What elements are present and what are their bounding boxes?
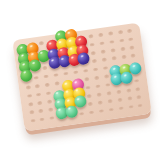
peg-hole	[138, 104, 143, 108]
peg-hole	[42, 66, 47, 70]
peg-hole	[120, 47, 125, 51]
peg-hole	[26, 94, 31, 98]
peg-hole	[109, 40, 114, 44]
peg-hole	[30, 119, 35, 123]
peg-hole	[35, 84, 40, 88]
peg-hole	[118, 106, 123, 110]
bead-highlight	[67, 107, 71, 111]
peg-hole	[88, 102, 93, 106]
bead-highlight	[122, 73, 126, 77]
bead-highlight	[111, 66, 115, 70]
bead-highlight	[28, 44, 32, 48]
bead-highlight	[65, 90, 69, 94]
peg-hole	[84, 77, 89, 81]
peg-hole	[25, 85, 30, 89]
bead-highlight	[39, 51, 43, 55]
bead-highlight	[50, 58, 54, 62]
bead-highlight	[73, 80, 77, 84]
bead-highlight	[29, 53, 33, 57]
peg-hole	[39, 109, 44, 113]
bead-highlight	[59, 48, 63, 52]
peg-hole	[86, 94, 91, 98]
peg-hole	[36, 92, 41, 96]
peg-hole	[63, 72, 68, 76]
bead-highlight	[77, 37, 81, 41]
bead-highlight	[31, 61, 35, 65]
bead-highlight	[19, 46, 23, 50]
bead-highlight	[70, 55, 74, 59]
peg-hole	[102, 66, 107, 70]
peg-hole	[46, 91, 51, 95]
peg-hole	[99, 109, 104, 113]
bead-mint[interactable]	[65, 105, 79, 119]
peg-hole	[110, 48, 115, 52]
bead-highlight	[56, 100, 60, 104]
peg-hole	[126, 88, 131, 92]
peg-hole	[89, 42, 94, 46]
peg-hole	[119, 38, 124, 42]
peg-hole	[116, 90, 121, 94]
peg-hole	[105, 83, 110, 87]
peg-hole	[49, 116, 54, 120]
bead-highlight	[131, 64, 135, 68]
peg-hole	[40, 117, 45, 121]
peg-hole	[101, 58, 106, 62]
peg-hole	[73, 70, 78, 74]
bead-highlight	[58, 40, 62, 44]
peg-hole	[127, 97, 132, 101]
peg-hole	[55, 81, 60, 85]
bead-highlight	[113, 75, 117, 79]
peg-hole	[29, 110, 34, 114]
peg-hole	[128, 105, 133, 109]
peg-hole	[47, 99, 52, 103]
peg-hole	[111, 56, 116, 60]
peg-hole	[37, 101, 42, 105]
bead-highlight	[21, 62, 25, 66]
bead-highlight	[75, 89, 79, 93]
peg-hole	[48, 108, 53, 112]
peg-hole	[97, 101, 102, 105]
bead-highlight	[49, 50, 53, 54]
peg-hole	[79, 112, 84, 116]
peg-hole	[134, 79, 139, 83]
peg-hole	[108, 108, 113, 112]
bead-highlight	[66, 98, 70, 102]
bead-teal[interactable]	[120, 71, 134, 85]
peg-hole	[127, 29, 132, 33]
bead-highlight	[60, 57, 64, 61]
peg-hole	[45, 83, 50, 87]
bead-highlight	[69, 47, 73, 51]
bead-highlight	[76, 97, 80, 101]
bead-highlight	[57, 108, 61, 112]
bead-highlight	[79, 46, 83, 50]
peg-hole	[44, 74, 49, 78]
peg-hole	[96, 92, 101, 96]
peg-hole	[117, 30, 122, 34]
peg-hole	[106, 91, 111, 95]
peg-hole	[100, 49, 105, 53]
peg-hole	[28, 102, 33, 106]
peg-hole	[137, 95, 142, 99]
peg-hole	[90, 51, 95, 55]
peg-hole	[39, 41, 44, 45]
peg-hole	[104, 74, 109, 78]
game-board	[12, 23, 152, 132]
peg-hole	[131, 54, 136, 58]
peg-hole	[98, 33, 103, 37]
peg-hole	[93, 67, 98, 71]
peg-hole	[135, 87, 140, 91]
peg-hole	[88, 34, 93, 38]
peg-hole	[99, 41, 104, 45]
bead-highlight	[22, 71, 26, 75]
peg-hole	[128, 37, 133, 41]
peg-hole	[34, 76, 39, 80]
bead-highlight	[48, 41, 52, 45]
bead-highlight	[20, 54, 24, 58]
bead-highlight	[55, 91, 59, 95]
peg-hole	[94, 76, 99, 80]
bead-highlight	[80, 54, 84, 58]
peg-hole	[83, 69, 88, 73]
bead-highlight	[68, 39, 72, 43]
peg-hole	[107, 99, 112, 103]
peg-hole	[85, 85, 90, 89]
bead-highlight	[121, 65, 125, 69]
product-photo	[0, 0, 160, 160]
bead-highlight	[66, 30, 70, 34]
peg-hole	[91, 59, 96, 63]
peg-hole	[89, 110, 94, 114]
peg-hole	[130, 45, 135, 49]
peg-hole	[108, 31, 113, 35]
bead-indigo[interactable]	[77, 52, 91, 66]
bead-highlight	[57, 32, 61, 36]
peg-hole	[121, 55, 126, 59]
peg-hole	[53, 73, 58, 77]
peg-hole	[95, 84, 100, 88]
bead-highlight	[64, 82, 68, 86]
peg-hole	[117, 98, 122, 102]
